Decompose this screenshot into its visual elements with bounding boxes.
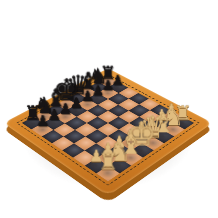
chess-board: ♜♞♝♛♚♝♞♜♟♟♟♟♟♟♟♟♟♟♟♟♟♟♟♟♜♞♝♛♚♝♞♜ <box>3 68 212 196</box>
board-surface: ♜♞♝♛♚♝♞♜♟♟♟♟♟♟♟♟♟♟♟♟♟♟♟♟♜♞♝♛♚♝♞♜ <box>3 68 212 196</box>
black-pawn-icon: ♟ <box>20 114 65 129</box>
photo-scene: ♜♞♝♛♚♝♞♜♟♟♟♟♟♟♟♟♟♟♟♟♟♟♟♟♜♞♝♛♚♝♞♜ <box>0 0 218 218</box>
chess-set-photo: ♜♞♝♛♚♝♞♜♟♟♟♟♟♟♟♟♟♟♟♟♟♟♟♟♜♞♝♛♚♝♞♜ <box>0 0 218 218</box>
white-rook-icon: ♜ <box>83 151 132 173</box>
